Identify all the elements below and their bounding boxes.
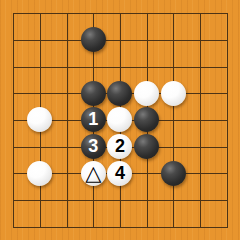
move-number-label: 2 [115, 134, 125, 159]
triangle-marker: △ [85, 161, 101, 185]
grid-line-horizontal [13, 200, 227, 201]
move-number-label: 4 [115, 161, 125, 186]
black-stone [81, 81, 106, 106]
white-stone [161, 81, 186, 106]
go-diagram-screen: 132△4 [0, 0, 240, 240]
grid-line-vertical [200, 13, 201, 227]
move-number-label: 1 [88, 107, 98, 132]
grid-line-vertical [227, 13, 228, 227]
black-stone [161, 161, 186, 186]
black-stone-move-3: 3 [81, 134, 106, 159]
grid-line-horizontal [13, 227, 227, 228]
white-stone-triangle-marked: △ [81, 161, 106, 186]
move-number-label: 3 [88, 134, 98, 159]
grid-line-vertical [173, 13, 174, 227]
white-stone [134, 81, 159, 106]
